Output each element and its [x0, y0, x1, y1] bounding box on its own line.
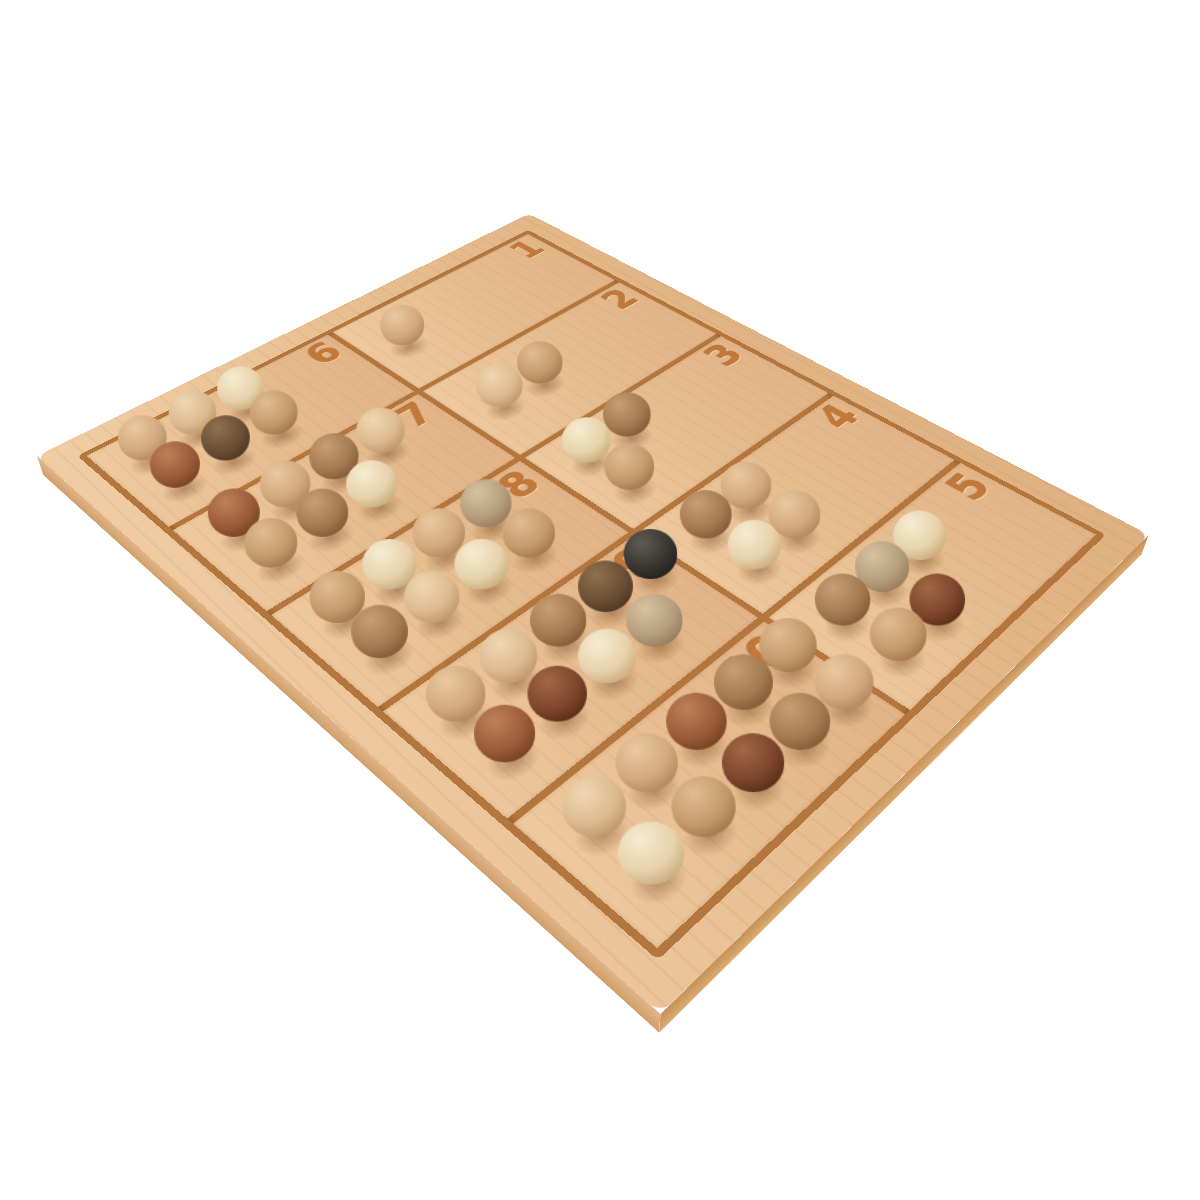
ball-rows [552, 413, 703, 509]
ball[interactable] [517, 341, 563, 383]
cell-number: 6 [298, 339, 348, 369]
ball[interactable] [624, 529, 678, 579]
ball[interactable] [814, 654, 874, 710]
ball-rows [668, 483, 828, 592]
counting-grid: 61728394105 [77, 230, 1106, 960]
ball[interactable] [296, 488, 348, 537]
ball[interactable] [476, 364, 523, 407]
ball[interactable] [604, 443, 654, 490]
ball[interactable] [671, 776, 736, 837]
ball[interactable] [356, 407, 405, 452]
ball[interactable] [603, 392, 651, 437]
cell-number: 5 [938, 469, 998, 507]
ball-slot [373, 327, 435, 362]
cell-number: 4 [811, 401, 867, 434]
ball[interactable] [201, 415, 251, 461]
ball-slot [594, 464, 664, 510]
ball[interactable] [460, 479, 512, 527]
ball[interactable] [562, 417, 611, 463]
ball[interactable] [502, 508, 555, 557]
cell-number: 3 [697, 341, 749, 371]
ball[interactable] [869, 607, 927, 661]
ball[interactable] [404, 571, 460, 623]
ball[interactable] [618, 822, 684, 885]
ball-row [373, 327, 435, 362]
ball[interactable] [769, 693, 830, 750]
counting-board: 61728394105 [37, 214, 1149, 1014]
cell-number: 1 [504, 238, 550, 262]
ball-rows [467, 363, 571, 425]
ball-slot [604, 834, 696, 913]
ball-slot [145, 462, 215, 507]
ball[interactable] [759, 618, 817, 672]
ball[interactable] [722, 733, 785, 792]
scene: 61728394105 [0, 0, 1200, 1200]
ball[interactable] [474, 705, 535, 763]
ball[interactable] [714, 654, 773, 710]
cell-number: 2 [596, 287, 645, 314]
ball[interactable] [244, 518, 298, 568]
ball-slot [343, 623, 422, 682]
ball[interactable] [615, 733, 678, 792]
ball-slot [244, 412, 311, 454]
ball-rows [373, 327, 435, 362]
ball[interactable] [351, 605, 408, 659]
ball[interactable] [454, 539, 508, 590]
ball[interactable] [346, 460, 397, 507]
ball[interactable] [814, 573, 870, 625]
ball[interactable] [562, 776, 626, 837]
ball[interactable] [728, 520, 782, 570]
ball-row [467, 363, 571, 425]
ball-slot [463, 721, 548, 789]
ball[interactable] [666, 693, 727, 750]
